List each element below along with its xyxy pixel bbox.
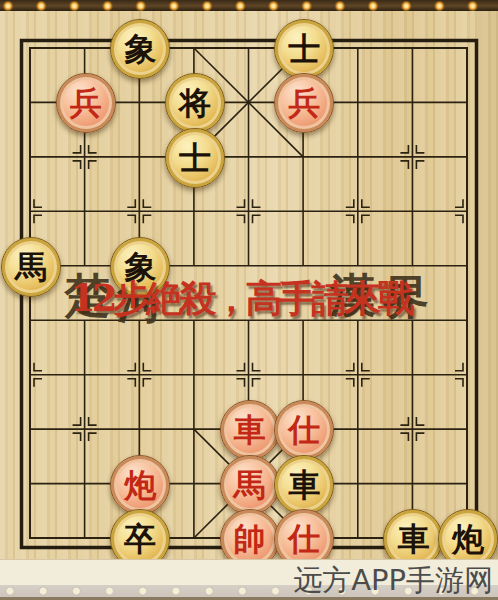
piece-red-advisor[interactable]: 仕 [274,400,334,460]
piece-red-chariot[interactable]: 車 [220,400,280,460]
piece-red-cannon[interactable]: 炮 [110,455,170,515]
screen-root: 楚 河 漢 界 象士兵将兵士馬象車仕炮馬車卒帥仕車炮 12步絶殺，高手請來戰 远… [0,0,498,600]
piece-red-soldier[interactable]: 兵 [56,73,116,133]
promo-overlay-text: 12步絶殺，高手請來戰 [70,274,411,324]
watermark-text: 远方APP手游网 [293,561,493,600]
piece-red-soldier[interactable]: 兵 [274,73,334,133]
piece-black-elephant[interactable]: 象 [110,19,170,79]
piece-black-advisor[interactable]: 士 [165,128,225,188]
piece-black-chariot[interactable]: 車 [274,455,334,515]
piece-black-general[interactable]: 将 [165,73,225,133]
piece-red-horse[interactable]: 馬 [220,455,280,515]
piece-black-advisor[interactable]: 士 [274,19,334,79]
top-stud-band [0,0,498,11]
piece-black-horse[interactable]: 馬 [1,237,61,297]
